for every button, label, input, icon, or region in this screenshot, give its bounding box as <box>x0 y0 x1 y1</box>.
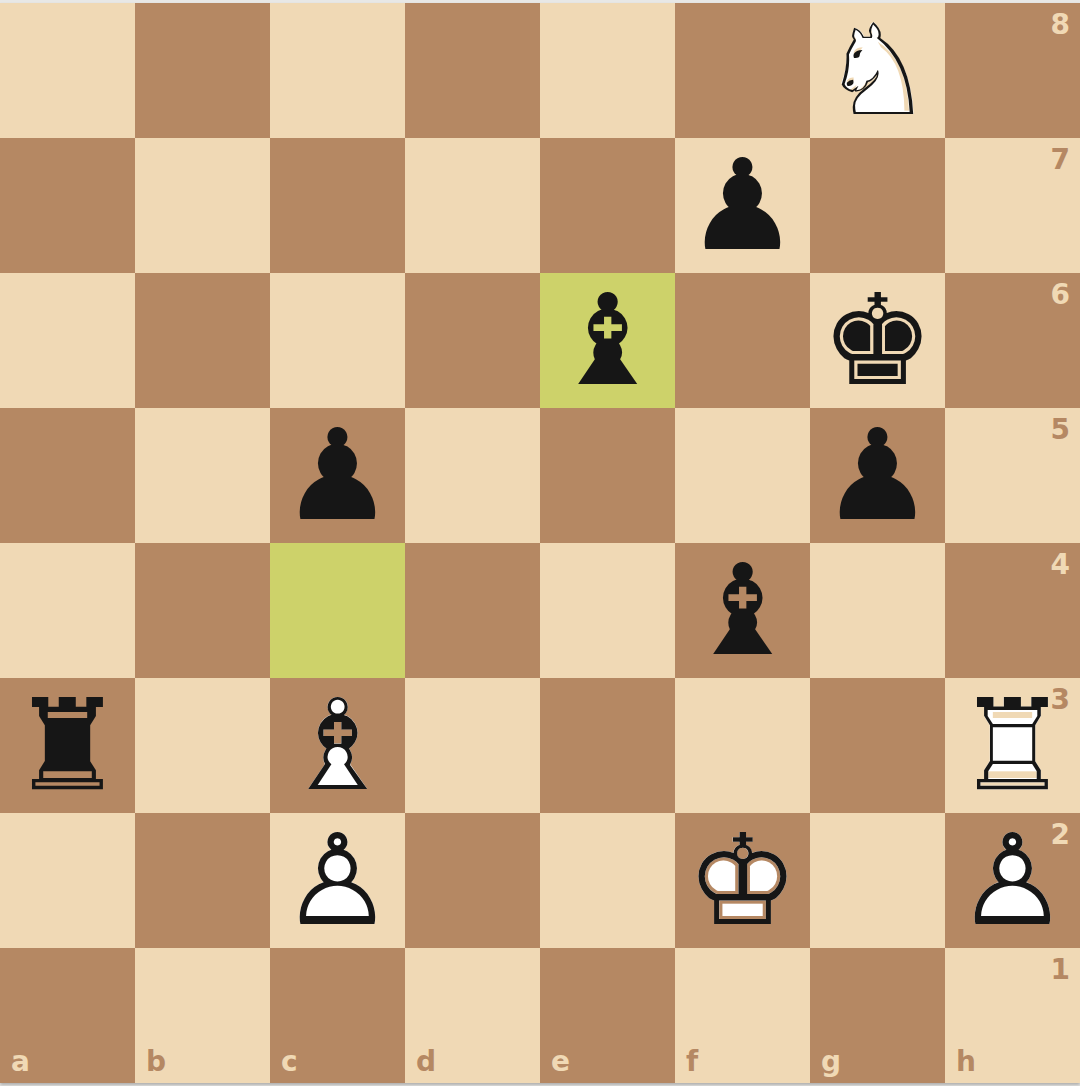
square-h1[interactable]: h1 <box>945 948 1080 1083</box>
rank-label-1: 1 <box>1051 956 1070 984</box>
square-b8[interactable] <box>135 3 270 138</box>
square-g5[interactable]: ♟ <box>810 408 945 543</box>
square-a8[interactable] <box>0 3 135 138</box>
file-label-d: d <box>416 1048 436 1076</box>
rank-label-8: 8 <box>1051 11 1070 39</box>
square-a5[interactable] <box>0 408 135 543</box>
square-e5[interactable] <box>540 408 675 543</box>
piece-black-rook[interactable]: ♜ <box>0 678 135 813</box>
square-e6[interactable]: ♝ <box>540 273 675 408</box>
rank-label-5: 5 <box>1051 416 1070 444</box>
square-c2[interactable]: ♟♙ <box>270 813 405 948</box>
square-g6[interactable]: ♚ <box>810 273 945 408</box>
black-bishop-glyph: ♝ <box>540 273 675 408</box>
square-b6[interactable] <box>135 273 270 408</box>
square-b5[interactable] <box>135 408 270 543</box>
black-pawn-glyph: ♟ <box>810 408 945 543</box>
square-e2[interactable] <box>540 813 675 948</box>
square-a2[interactable] <box>0 813 135 948</box>
square-d8[interactable] <box>405 3 540 138</box>
square-f5[interactable] <box>675 408 810 543</box>
square-d6[interactable] <box>405 273 540 408</box>
piece-black-king[interactable]: ♚ <box>810 273 945 408</box>
piece-black-bishop[interactable]: ♝ <box>675 543 810 678</box>
piece-white-king[interactable]: ♚♔ <box>675 813 810 948</box>
square-a3[interactable]: ♜ <box>0 678 135 813</box>
square-a4[interactable] <box>0 543 135 678</box>
rank-label-7: 7 <box>1051 146 1070 174</box>
square-d2[interactable] <box>405 813 540 948</box>
piece-white-knight[interactable]: ♞♘ <box>810 3 945 138</box>
square-h4[interactable]: 4 <box>945 543 1080 678</box>
square-c1[interactable]: c <box>270 948 405 1083</box>
square-g3[interactable] <box>810 678 945 813</box>
square-e3[interactable] <box>540 678 675 813</box>
square-h8[interactable]: 8 <box>945 3 1080 138</box>
white-pawn-outline-glyph: ♙ <box>270 813 405 948</box>
black-pawn-glyph: ♟ <box>675 138 810 273</box>
square-d1[interactable]: d <box>405 948 540 1083</box>
square-h7[interactable]: 7 <box>945 138 1080 273</box>
square-b3[interactable] <box>135 678 270 813</box>
square-a6[interactable] <box>0 273 135 408</box>
square-f4[interactable]: ♝ <box>675 543 810 678</box>
square-h5[interactable]: 5 <box>945 408 1080 543</box>
black-king-glyph: ♚ <box>810 273 945 408</box>
square-h3[interactable]: ♜♖3 <box>945 678 1080 813</box>
white-rook-outline-glyph: ♖ <box>945 678 1080 813</box>
chess-app-screen: ♞♘8♟7♝♚6♟♟5♝4♜♝♗♜♖3♟♙♚♔♟♙2abcdefgh1 <box>0 0 1080 1086</box>
file-label-e: e <box>551 1048 570 1076</box>
square-b7[interactable] <box>135 138 270 273</box>
black-bishop-glyph: ♝ <box>675 543 810 678</box>
square-e1[interactable]: e <box>540 948 675 1083</box>
square-d3[interactable] <box>405 678 540 813</box>
square-e4[interactable] <box>540 543 675 678</box>
piece-black-bishop[interactable]: ♝ <box>540 273 675 408</box>
black-rook-glyph: ♜ <box>0 678 135 813</box>
piece-white-pawn[interactable]: ♟♙ <box>270 813 405 948</box>
square-f7[interactable]: ♟ <box>675 138 810 273</box>
square-c5[interactable]: ♟ <box>270 408 405 543</box>
square-f3[interactable] <box>675 678 810 813</box>
square-f1[interactable]: f <box>675 948 810 1083</box>
file-label-h: h <box>956 1048 976 1076</box>
square-c4[interactable] <box>270 543 405 678</box>
square-g1[interactable]: g <box>810 948 945 1083</box>
square-c8[interactable] <box>270 3 405 138</box>
square-g2[interactable] <box>810 813 945 948</box>
white-bishop-outline-glyph: ♗ <box>270 678 405 813</box>
white-king-outline-glyph: ♔ <box>675 813 810 948</box>
square-c6[interactable] <box>270 273 405 408</box>
file-label-c: c <box>281 1048 298 1076</box>
piece-black-pawn[interactable]: ♟ <box>270 408 405 543</box>
piece-white-bishop[interactable]: ♝♗ <box>270 678 405 813</box>
square-h2[interactable]: ♟♙2 <box>945 813 1080 948</box>
piece-white-rook[interactable]: ♜♖ <box>945 678 1080 813</box>
square-d7[interactable] <box>405 138 540 273</box>
file-label-b: b <box>146 1048 166 1076</box>
piece-black-pawn[interactable]: ♟ <box>810 408 945 543</box>
square-e7[interactable] <box>540 138 675 273</box>
square-g4[interactable] <box>810 543 945 678</box>
square-a1[interactable]: a <box>0 948 135 1083</box>
square-d4[interactable] <box>405 543 540 678</box>
square-c3[interactable]: ♝♗ <box>270 678 405 813</box>
square-e8[interactable] <box>540 3 675 138</box>
square-b2[interactable] <box>135 813 270 948</box>
square-f6[interactable] <box>675 273 810 408</box>
square-g8[interactable]: ♞♘ <box>810 3 945 138</box>
file-label-g: g <box>821 1048 841 1076</box>
white-pawn-outline-glyph: ♙ <box>945 813 1080 948</box>
square-b4[interactable] <box>135 543 270 678</box>
black-pawn-glyph: ♟ <box>270 408 405 543</box>
square-a7[interactable] <box>0 138 135 273</box>
white-knight-outline-glyph: ♘ <box>810 3 945 138</box>
chess-board: ♞♘8♟7♝♚6♟♟5♝4♜♝♗♜♖3♟♙♚♔♟♙2abcdefgh1 <box>0 3 1080 1083</box>
square-c7[interactable] <box>270 138 405 273</box>
file-label-a: a <box>11 1048 30 1076</box>
square-f8[interactable] <box>675 3 810 138</box>
square-h6[interactable]: 6 <box>945 273 1080 408</box>
square-b1[interactable]: b <box>135 948 270 1083</box>
piece-white-pawn[interactable]: ♟♙ <box>945 813 1080 948</box>
square-d5[interactable] <box>405 408 540 543</box>
square-g7[interactable] <box>810 138 945 273</box>
rank-label-4: 4 <box>1051 551 1070 579</box>
piece-black-pawn[interactable]: ♟ <box>675 138 810 273</box>
square-f2[interactable]: ♚♔ <box>675 813 810 948</box>
file-label-f: f <box>686 1048 698 1076</box>
rank-label-6: 6 <box>1051 281 1070 309</box>
